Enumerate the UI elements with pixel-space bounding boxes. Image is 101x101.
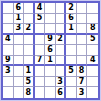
empty-cell-r3c5[interactable] — [45, 24, 56, 35]
empty-cell-r2c1[interactable] — [3, 14, 14, 25]
empty-cell-r9c2[interactable] — [14, 87, 25, 98]
empty-cell-r3c4[interactable] — [35, 24, 46, 35]
empty-cell-r5c8[interactable] — [77, 45, 88, 56]
empty-cell-r1c3[interactable] — [24, 3, 35, 14]
empty-cell-r6c3[interactable] — [24, 56, 35, 67]
given-cell-r3c7: 1 — [66, 24, 77, 35]
given-cell-r8c6: 3 — [56, 77, 67, 88]
empty-cell-r8c5[interactable] — [45, 77, 56, 88]
empty-cell-r1c6[interactable] — [56, 3, 67, 14]
empty-cell-r8c4[interactable] — [35, 77, 46, 88]
empty-cell-r5c1[interactable] — [3, 45, 14, 56]
empty-cell-r7c4[interactable] — [35, 66, 46, 77]
empty-cell-r8c2[interactable] — [14, 77, 25, 88]
given-cell-r2c7: 6 — [66, 14, 77, 25]
given-cell-r7c8: 8 — [77, 66, 88, 77]
empty-cell-r5c3[interactable] — [24, 45, 35, 56]
given-cell-r9c8: 3 — [77, 87, 88, 98]
empty-cell-r6c8[interactable] — [77, 56, 88, 67]
empty-cell-r3c8[interactable] — [77, 24, 88, 35]
empty-cell-r5c7[interactable] — [66, 45, 77, 56]
empty-cell-r5c6[interactable] — [56, 45, 67, 56]
empty-cell-r8c7[interactable] — [66, 77, 77, 88]
given-cell-r5c5: 6 — [45, 45, 56, 56]
empty-cell-r4c4[interactable] — [35, 35, 46, 46]
sudoku-puzzle: 64215632184925697143158537863 — [0, 0, 101, 101]
empty-cell-r2c6[interactable] — [56, 14, 67, 25]
empty-cell-r5c2[interactable] — [14, 45, 25, 56]
empty-cell-r7c6[interactable] — [56, 66, 67, 77]
given-cell-r3c9: 8 — [87, 24, 98, 35]
given-cell-r9c3: 8 — [24, 87, 35, 98]
given-cell-r2c4: 5 — [35, 14, 46, 25]
empty-cell-r9c7[interactable] — [66, 87, 77, 98]
empty-cell-r3c6[interactable] — [56, 24, 67, 35]
empty-cell-r5c4[interactable] — [35, 45, 46, 56]
given-cell-r1c7: 2 — [66, 3, 77, 14]
empty-cell-r2c8[interactable] — [77, 14, 88, 25]
empty-cell-r8c9[interactable] — [87, 77, 98, 88]
empty-cell-r4c7[interactable] — [66, 35, 77, 46]
given-cell-r3c2: 3 — [14, 24, 25, 35]
empty-cell-r4c2[interactable] — [14, 35, 25, 46]
empty-cell-r1c9[interactable] — [87, 3, 98, 14]
given-cell-r4c9: 5 — [87, 35, 98, 46]
sudoku-board: 64215632184925697143158537863 — [1, 1, 100, 100]
empty-cell-r1c5[interactable] — [45, 3, 56, 14]
empty-cell-r9c5[interactable] — [45, 87, 56, 98]
given-cell-r1c4: 4 — [35, 3, 46, 14]
given-cell-r1c2: 6 — [14, 3, 25, 14]
empty-cell-r7c2[interactable] — [14, 66, 25, 77]
empty-cell-r9c1[interactable] — [3, 87, 14, 98]
given-cell-r6c4: 7 — [35, 56, 46, 67]
empty-cell-r1c8[interactable] — [77, 3, 88, 14]
given-cell-r8c3: 5 — [24, 77, 35, 88]
empty-cell-r9c9[interactable] — [87, 87, 98, 98]
empty-cell-r9c4[interactable] — [35, 87, 46, 98]
given-cell-r2c2: 1 — [14, 14, 25, 25]
given-cell-r8c8: 7 — [77, 77, 88, 88]
given-cell-r7c7: 5 — [66, 66, 77, 77]
given-cell-r7c1: 3 — [3, 66, 14, 77]
empty-cell-r2c9[interactable] — [87, 14, 98, 25]
empty-cell-r7c5[interactable] — [45, 66, 56, 77]
given-cell-r6c1: 9 — [3, 56, 14, 67]
empty-cell-r2c3[interactable] — [24, 14, 35, 25]
given-cell-r7c3: 1 — [24, 66, 35, 77]
empty-cell-r3c1[interactable] — [3, 24, 14, 35]
empty-cell-r7c9[interactable] — [87, 66, 98, 77]
empty-cell-r2c5[interactable] — [45, 14, 56, 25]
given-cell-r4c5: 9 — [45, 35, 56, 46]
empty-cell-r1c1[interactable] — [3, 3, 14, 14]
empty-cell-r6c2[interactable] — [14, 56, 25, 67]
empty-cell-r6c6[interactable] — [56, 56, 67, 67]
empty-cell-r8c1[interactable] — [3, 77, 14, 88]
empty-cell-r5c9[interactable] — [87, 45, 98, 56]
empty-cell-r4c3[interactable] — [24, 35, 35, 46]
given-cell-r6c9: 4 — [87, 56, 98, 67]
empty-cell-r4c8[interactable] — [77, 35, 88, 46]
given-cell-r3c3: 2 — [24, 24, 35, 35]
empty-cell-r6c7[interactable] — [66, 56, 77, 67]
given-cell-r4c6: 2 — [56, 35, 67, 46]
given-cell-r6c5: 1 — [45, 56, 56, 67]
given-cell-r4c1: 4 — [3, 35, 14, 46]
given-cell-r9c6: 6 — [56, 87, 67, 98]
